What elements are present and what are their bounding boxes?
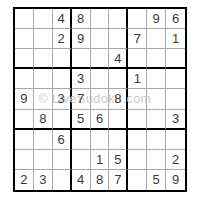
sudoku-cell-r9c2[interactable]: 3 — [34, 170, 53, 190]
given-digit: 9 — [153, 12, 160, 25]
sudoku-cell-r9c4[interactable]: 4 — [72, 170, 91, 190]
sudoku-cell-r7c7[interactable] — [128, 130, 147, 150]
sudoku-cell-r3c9[interactable] — [166, 49, 185, 69]
given-digit: 9 — [20, 92, 27, 105]
sudoku-cell-r2c8[interactable] — [147, 29, 166, 49]
given-digit: 5 — [153, 173, 160, 186]
given-digit: 7 — [114, 173, 121, 186]
given-digit: 1 — [134, 72, 141, 85]
sudoku-cell-r3c3[interactable] — [53, 49, 72, 69]
sudoku-cell-r5c3[interactable]: 3 — [53, 89, 72, 109]
sudoku-cell-r8c6[interactable]: 5 — [109, 150, 128, 170]
sudoku-cell-r9c3[interactable] — [53, 170, 72, 190]
sudoku-board: 489629714319378856361522348759 — [13, 7, 187, 192]
given-digit: 6 — [58, 133, 65, 146]
sudoku-cell-r3c7[interactable] — [128, 49, 147, 69]
given-digit: 4 — [114, 52, 121, 65]
sudoku-cell-r2c4[interactable]: 9 — [72, 29, 91, 49]
sudoku-cell-r8c9[interactable]: 2 — [166, 150, 185, 170]
sudoku-cell-r3c8[interactable] — [147, 49, 166, 69]
sudoku-cell-r4c4[interactable]: 3 — [72, 69, 91, 89]
sudoku-cell-r5c2[interactable] — [34, 89, 53, 109]
sudoku-cell-r1c6[interactable] — [109, 9, 128, 29]
given-digit: 6 — [172, 12, 179, 25]
sudoku-cell-r8c2[interactable] — [34, 150, 53, 170]
given-digit: 7 — [77, 92, 84, 105]
given-digit: 7 — [134, 32, 141, 45]
sudoku-cell-r1c7[interactable] — [128, 9, 147, 29]
sudoku-cell-r7c3[interactable]: 6 — [53, 130, 72, 150]
sudoku-cell-r1c2[interactable] — [34, 9, 53, 29]
given-digit: 2 — [58, 32, 65, 45]
sudoku-cell-r4c5[interactable] — [91, 69, 110, 89]
sudoku-cell-r6c5[interactable]: 6 — [91, 110, 110, 130]
sudoku-cell-r4c2[interactable] — [34, 69, 53, 89]
sudoku-cell-r7c4[interactable] — [72, 130, 91, 150]
sudoku-cell-r7c8[interactable] — [147, 130, 166, 150]
sudoku-cell-r8c7[interactable] — [128, 150, 147, 170]
sudoku-cell-r4c8[interactable] — [147, 69, 166, 89]
given-digit: 1 — [96, 153, 103, 166]
sudoku-cell-r5c7[interactable] — [128, 89, 147, 109]
given-digit: 4 — [58, 12, 65, 25]
sudoku-cell-r6c1[interactable] — [15, 110, 34, 130]
sudoku-cell-r2c3[interactable]: 2 — [53, 29, 72, 49]
sudoku-cell-r7c9[interactable] — [166, 130, 185, 150]
given-digit: 4 — [77, 173, 84, 186]
sudoku-cell-r5c8[interactable] — [147, 89, 166, 109]
sudoku-cell-r1c4[interactable]: 8 — [72, 9, 91, 29]
sudoku-cell-r7c5[interactable] — [91, 130, 110, 150]
sudoku-cell-r2c2[interactable] — [34, 29, 53, 49]
sudoku-cell-r2c6[interactable] — [109, 29, 128, 49]
sudoku-cell-r9c9[interactable]: 9 — [166, 170, 185, 190]
sudoku-cell-r4c9[interactable] — [166, 69, 185, 89]
sudoku-cell-r5c4[interactable]: 7 — [72, 89, 91, 109]
sudoku-cell-r9c5[interactable]: 8 — [91, 170, 110, 190]
given-digit: 3 — [172, 112, 179, 125]
given-digit: 3 — [58, 92, 65, 105]
sudoku-cell-r4c6[interactable] — [109, 69, 128, 89]
sudoku-cell-r7c1[interactable] — [15, 130, 34, 150]
sudoku-cell-r3c1[interactable] — [15, 49, 34, 69]
sudoku-cell-r2c5[interactable] — [91, 29, 110, 49]
given-digit: 2 — [172, 153, 179, 166]
sudoku-cell-r9c6[interactable]: 7 — [109, 170, 128, 190]
sudoku-cell-r5c9[interactable] — [166, 89, 185, 109]
sudoku-cell-r6c3[interactable] — [53, 110, 72, 130]
sudoku-cell-r9c1[interactable]: 2 — [15, 170, 34, 190]
sudoku-page: 489629714319378856361522348759 © LiveSud… — [0, 0, 200, 200]
sudoku-cell-r1c9[interactable]: 6 — [166, 9, 185, 29]
sudoku-cell-r4c7[interactable]: 1 — [128, 69, 147, 89]
sudoku-cell-r8c5[interactable]: 1 — [91, 150, 110, 170]
given-digit: 2 — [20, 173, 27, 186]
sudoku-cell-r6c4[interactable]: 5 — [72, 110, 91, 130]
given-digit: 8 — [77, 12, 84, 25]
sudoku-cell-r1c1[interactable] — [15, 9, 34, 29]
sudoku-cell-r5c5[interactable] — [91, 89, 110, 109]
sudoku-cell-r4c1[interactable] — [15, 69, 34, 89]
given-digit: 8 — [39, 112, 46, 125]
sudoku-cell-r8c1[interactable] — [15, 150, 34, 170]
sudoku-cell-r4c3[interactable] — [53, 69, 72, 89]
sudoku-cell-r3c2[interactable] — [34, 49, 53, 69]
sudoku-cell-r5c6[interactable]: 8 — [109, 89, 128, 109]
given-digit: 5 — [77, 112, 84, 125]
sudoku-cell-r2c9[interactable]: 1 — [166, 29, 185, 49]
sudoku-cell-r6c8[interactable] — [147, 110, 166, 130]
sudoku-cell-r3c4[interactable] — [72, 49, 91, 69]
sudoku-cell-r9c7[interactable] — [128, 170, 147, 190]
given-digit: 8 — [114, 92, 121, 105]
sudoku-cell-r2c7[interactable]: 7 — [128, 29, 147, 49]
sudoku-cell-r8c8[interactable] — [147, 150, 166, 170]
sudoku-cell-r3c6[interactable]: 4 — [109, 49, 128, 69]
sudoku-cell-r5c1[interactable]: 9 — [15, 89, 34, 109]
given-digit: 3 — [77, 72, 84, 85]
sudoku-cell-r6c9[interactable]: 3 — [166, 110, 185, 130]
given-digit: 5 — [114, 153, 121, 166]
sudoku-cell-r7c2[interactable] — [34, 130, 53, 150]
given-digit: 6 — [96, 112, 103, 125]
sudoku-cell-r1c5[interactable] — [91, 9, 110, 29]
sudoku-cell-r6c7[interactable] — [128, 110, 147, 130]
sudoku-cell-r7c6[interactable] — [109, 130, 128, 150]
sudoku-cell-r6c6[interactable] — [109, 110, 128, 130]
sudoku-cell-r1c3[interactable]: 4 — [53, 9, 72, 29]
sudoku-cell-r6c2[interactable]: 8 — [34, 110, 53, 130]
given-digit: 1 — [172, 32, 179, 45]
sudoku-cell-r3c5[interactable] — [91, 49, 110, 69]
given-digit: 9 — [172, 173, 179, 186]
sudoku-cell-r2c1[interactable] — [15, 29, 34, 49]
sudoku-cell-r8c3[interactable] — [53, 150, 72, 170]
sudoku-cell-r8c4[interactable] — [72, 150, 91, 170]
sudoku-cell-r1c8[interactable]: 9 — [147, 9, 166, 29]
given-digit: 3 — [39, 173, 46, 186]
given-digit: 8 — [96, 173, 103, 186]
sudoku-cell-r9c8[interactable]: 5 — [147, 170, 166, 190]
given-digit: 9 — [77, 32, 84, 45]
